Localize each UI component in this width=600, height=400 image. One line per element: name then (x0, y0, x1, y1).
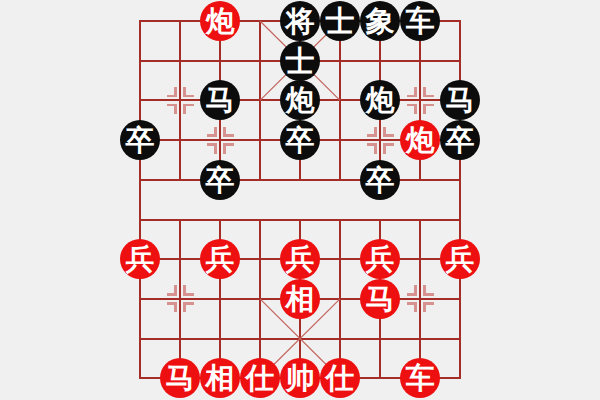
piece-black-soldier[interactable]: 卒 (120, 120, 160, 160)
piece-red-advisor[interactable]: 仕 (240, 358, 280, 398)
pieces-layer: 炮将士象车士马炮炮马卒卒炮卒卒卒兵兵兵兵兵相马马相仕帅仕车 (0, 0, 600, 400)
piece-red-soldier[interactable]: 兵 (280, 239, 320, 279)
piece-red-soldier[interactable]: 兵 (360, 239, 400, 279)
xiangqi-app: 炮将士象车士马炮炮马卒卒炮卒卒卒兵兵兵兵兵相马马相仕帅仕车 (0, 0, 600, 400)
piece-black-soldier[interactable]: 卒 (280, 120, 320, 160)
piece-red-elephant[interactable]: 相 (200, 358, 240, 398)
piece-red-advisor[interactable]: 仕 (320, 358, 360, 398)
piece-red-general[interactable]: 帅 (280, 358, 320, 398)
piece-red-soldier[interactable]: 兵 (440, 239, 480, 279)
piece-black-chariot[interactable]: 车 (400, 1, 440, 41)
piece-red-elephant[interactable]: 相 (280, 279, 320, 319)
piece-black-horse[interactable]: 马 (440, 80, 480, 120)
piece-black-elephant[interactable]: 象 (360, 1, 400, 41)
piece-red-horse[interactable]: 马 (360, 279, 400, 319)
piece-black-horse[interactable]: 马 (200, 80, 240, 120)
piece-red-horse[interactable]: 马 (160, 358, 200, 398)
piece-red-cannon[interactable]: 炮 (400, 120, 440, 160)
piece-black-cannon[interactable]: 炮 (280, 80, 320, 120)
piece-black-soldier[interactable]: 卒 (360, 160, 400, 200)
piece-red-chariot[interactable]: 车 (400, 358, 440, 398)
piece-red-soldier[interactable]: 兵 (120, 239, 160, 279)
piece-black-general[interactable]: 将 (280, 1, 320, 41)
piece-black-soldier[interactable]: 卒 (200, 160, 240, 200)
piece-black-advisor[interactable]: 士 (280, 41, 320, 81)
xiangqi-board[interactable]: 炮将士象车士马炮炮马卒卒炮卒卒卒兵兵兵兵兵相马马相仕帅仕车 (0, 0, 600, 400)
piece-black-soldier[interactable]: 卒 (440, 120, 480, 160)
piece-black-advisor[interactable]: 士 (320, 1, 360, 41)
piece-black-cannon[interactable]: 炮 (360, 80, 400, 120)
piece-red-soldier[interactable]: 兵 (200, 239, 240, 279)
piece-red-cannon[interactable]: 炮 (200, 1, 240, 41)
